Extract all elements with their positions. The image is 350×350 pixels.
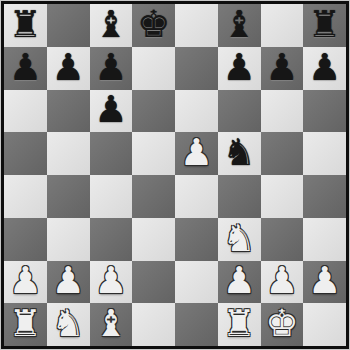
black-bishop: ♝ xyxy=(94,6,127,43)
square-b1[interactable]: ♞ xyxy=(47,303,90,346)
black-rook: ♜ xyxy=(308,6,341,43)
square-a7[interactable]: ♟ xyxy=(4,47,47,90)
square-e7[interactable] xyxy=(175,47,218,90)
square-h8[interactable]: ♜ xyxy=(303,4,346,47)
black-knight: ♞ xyxy=(223,134,256,171)
white-pawn: ♟ xyxy=(52,262,85,299)
square-h5[interactable] xyxy=(303,132,346,175)
square-g5[interactable] xyxy=(261,132,304,175)
square-f5[interactable]: ♞ xyxy=(218,132,261,175)
square-d2[interactable] xyxy=(132,261,175,304)
square-g8[interactable] xyxy=(261,4,304,47)
square-a2[interactable]: ♟ xyxy=(4,261,47,304)
square-f7[interactable]: ♟ xyxy=(218,47,261,90)
square-g3[interactable] xyxy=(261,218,304,261)
white-pawn: ♟ xyxy=(94,262,127,299)
square-b7[interactable]: ♟ xyxy=(47,47,90,90)
square-g6[interactable] xyxy=(261,90,304,133)
square-b2[interactable]: ♟ xyxy=(47,261,90,304)
black-king: ♚ xyxy=(137,6,170,43)
black-pawn: ♟ xyxy=(223,49,256,86)
square-d7[interactable] xyxy=(132,47,175,90)
square-f8[interactable]: ♝ xyxy=(218,4,261,47)
square-a8[interactable]: ♜ xyxy=(4,4,47,47)
square-c5[interactable] xyxy=(90,132,133,175)
black-rook: ♜ xyxy=(9,6,42,43)
square-b6[interactable] xyxy=(47,90,90,133)
square-c2[interactable]: ♟ xyxy=(90,261,133,304)
square-c3[interactable] xyxy=(90,218,133,261)
white-knight: ♞ xyxy=(223,220,256,257)
square-c1[interactable]: ♝ xyxy=(90,303,133,346)
square-a5[interactable] xyxy=(4,132,47,175)
square-a3[interactable] xyxy=(4,218,47,261)
white-king: ♚ xyxy=(265,305,298,342)
square-h1[interactable] xyxy=(303,303,346,346)
square-a1[interactable]: ♜ xyxy=(4,303,47,346)
square-e6[interactable] xyxy=(175,90,218,133)
square-b5[interactable] xyxy=(47,132,90,175)
white-rook: ♜ xyxy=(9,305,42,342)
square-d3[interactable] xyxy=(132,218,175,261)
square-f6[interactable] xyxy=(218,90,261,133)
black-bishop: ♝ xyxy=(223,6,256,43)
square-g7[interactable]: ♟ xyxy=(261,47,304,90)
square-f4[interactable] xyxy=(218,175,261,218)
black-pawn: ♟ xyxy=(308,49,341,86)
white-pawn: ♟ xyxy=(308,262,341,299)
square-h7[interactable]: ♟ xyxy=(303,47,346,90)
square-e2[interactable] xyxy=(175,261,218,304)
square-f1[interactable]: ♜ xyxy=(218,303,261,346)
square-a4[interactable] xyxy=(4,175,47,218)
white-pawn: ♟ xyxy=(223,262,256,299)
black-pawn: ♟ xyxy=(94,91,127,128)
square-h6[interactable] xyxy=(303,90,346,133)
square-d1[interactable] xyxy=(132,303,175,346)
black-pawn: ♟ xyxy=(9,49,42,86)
square-c4[interactable] xyxy=(90,175,133,218)
chessboard-frame: ♜♝♚♝♜♟♟♟♟♟♟♟♟♞♞♟♟♟♟♟♟♜♞♝♜♚ xyxy=(0,0,350,350)
square-e4[interactable] xyxy=(175,175,218,218)
chessboard: ♜♝♚♝♜♟♟♟♟♟♟♟♟♞♞♟♟♟♟♟♟♜♞♝♜♚ xyxy=(4,4,346,346)
square-e3[interactable] xyxy=(175,218,218,261)
square-g1[interactable]: ♚ xyxy=(261,303,304,346)
square-b3[interactable] xyxy=(47,218,90,261)
square-c8[interactable]: ♝ xyxy=(90,4,133,47)
square-e5[interactable]: ♟ xyxy=(175,132,218,175)
white-rook: ♜ xyxy=(223,305,256,342)
white-knight: ♞ xyxy=(52,305,85,342)
white-pawn: ♟ xyxy=(9,262,42,299)
square-d5[interactable] xyxy=(132,132,175,175)
square-g2[interactable]: ♟ xyxy=(261,261,304,304)
square-e1[interactable] xyxy=(175,303,218,346)
square-c6[interactable]: ♟ xyxy=(90,90,133,133)
square-f2[interactable]: ♟ xyxy=(218,261,261,304)
square-h4[interactable] xyxy=(303,175,346,218)
square-h2[interactable]: ♟ xyxy=(303,261,346,304)
square-d8[interactable]: ♚ xyxy=(132,4,175,47)
square-e8[interactable] xyxy=(175,4,218,47)
square-d4[interactable] xyxy=(132,175,175,218)
square-c7[interactable]: ♟ xyxy=(90,47,133,90)
black-pawn: ♟ xyxy=(94,49,127,86)
white-pawn: ♟ xyxy=(265,262,298,299)
square-d6[interactable] xyxy=(132,90,175,133)
black-pawn: ♟ xyxy=(265,49,298,86)
square-h3[interactable] xyxy=(303,218,346,261)
square-a6[interactable] xyxy=(4,90,47,133)
square-f3[interactable]: ♞ xyxy=(218,218,261,261)
white-bishop: ♝ xyxy=(94,305,127,342)
square-b8[interactable] xyxy=(47,4,90,47)
black-pawn: ♟ xyxy=(52,49,85,86)
square-b4[interactable] xyxy=(47,175,90,218)
square-g4[interactable] xyxy=(261,175,304,218)
white-pawn: ♟ xyxy=(180,134,213,171)
